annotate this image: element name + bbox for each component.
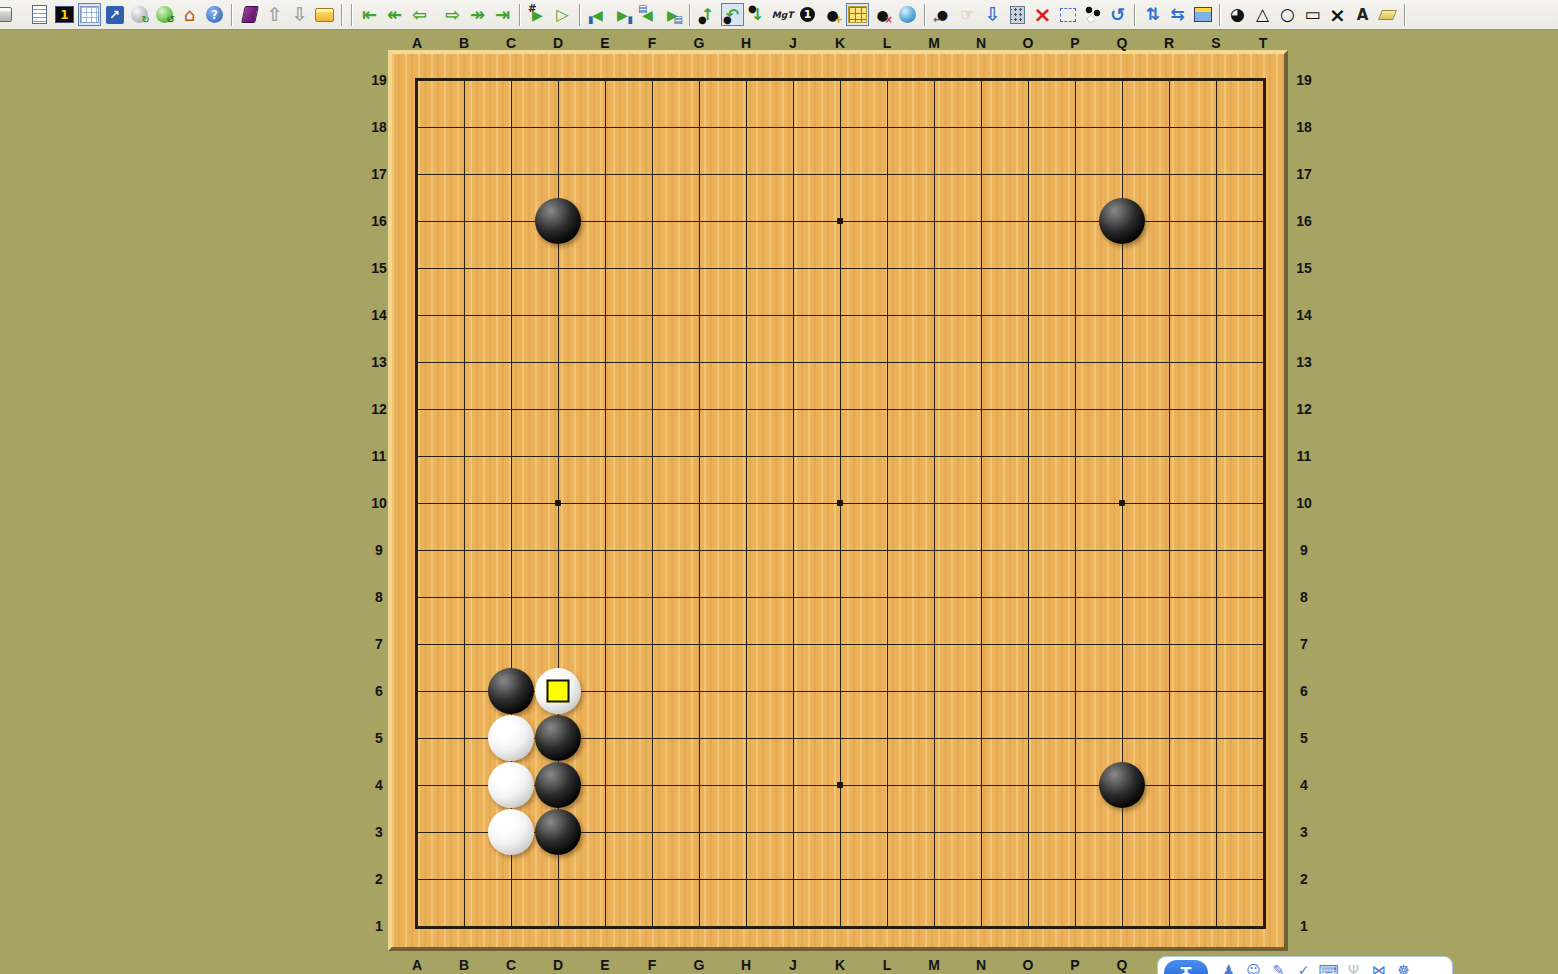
coord-left-4: 4 (375, 777, 383, 793)
coord-right-3: 3 (1300, 824, 1308, 840)
next-variation-icon-badge: ▮ (627, 15, 633, 25)
black-stone-Q16 (1099, 198, 1145, 244)
coord-left-18: 18 (371, 119, 387, 135)
clear-board-icon-glyph: × (1033, 4, 1051, 26)
black-stone-D4 (535, 762, 581, 808)
toolbar: 1↗↻↺⌂?⇧⇩⇤↞⇦⇨↠⇥▶#▷◀▮▶▮◀▤▶▤↑●↶●↓●MgT1●+●×●… (0, 0, 1558, 30)
game-info-icon[interactable]: 1 (53, 3, 76, 26)
coord-left-6: 6 (375, 683, 383, 699)
eraser-icon[interactable] (1376, 3, 1399, 26)
coord-top-D: D (553, 35, 563, 51)
coord-top-Q: Q (1117, 35, 1128, 51)
coord-bottom-D: D (553, 957, 563, 973)
print-icon-shape (0, 7, 12, 22)
forward-icon-glyph: ⇨ (445, 6, 460, 24)
play-icon-glyph: ▷ (556, 7, 568, 23)
help-icon-shape: ? (206, 6, 223, 23)
toolbar-separator (689, 4, 691, 26)
triangle-marker-icon-glyph: △ (1256, 6, 1269, 23)
count-icon[interactable] (1006, 3, 1029, 26)
coord-right-7: 7 (1300, 636, 1308, 652)
select-region-icon-shape (1060, 8, 1076, 22)
forward-10-icon-glyph: ↠ (470, 6, 485, 24)
first-move-icon[interactable]: ⇤ (358, 3, 381, 26)
coord-right-6: 6 (1300, 683, 1308, 699)
coord-left-2: 2 (375, 871, 383, 887)
coord-left-10: 10 (371, 495, 387, 511)
windows-icon-shape (1194, 7, 1212, 22)
label-marker-icon-label: A (1357, 6, 1369, 24)
white-stone-C4 (488, 762, 534, 808)
page-up-icon[interactable]: ⇧ (263, 3, 286, 26)
cross-marker-icon-glyph: × (1329, 5, 1346, 25)
coord-right-15: 15 (1296, 260, 1312, 276)
coord-top-R: R (1164, 35, 1174, 51)
coord-right-19: 19 (1296, 72, 1312, 88)
coord-right-5: 5 (1300, 730, 1308, 746)
ime-settings-icon[interactable]: ☸ (1391, 960, 1416, 974)
web-refresh-icon[interactable]: ↺ (153, 3, 176, 26)
app-window: { "game": "go", "board": { "size": 19, "… (0, 0, 1558, 974)
coord-left-5: 5 (375, 730, 383, 746)
flip-vertical-icon[interactable]: ⇅ (1141, 3, 1164, 26)
square-marker-icon[interactable]: ▭ (1301, 3, 1324, 26)
coord-right-9: 9 (1300, 542, 1308, 558)
book-icon[interactable] (238, 3, 261, 26)
coord-left-19: 19 (371, 72, 387, 88)
add-stone-icon[interactable]: ●+ (821, 3, 844, 26)
coord-top-E: E (600, 35, 609, 51)
flip-vertical-icon-glyph: ⇅ (1145, 6, 1159, 23)
web-refresh-icon-badge: ↺ (167, 15, 175, 25)
back-icon[interactable]: ⇦ (408, 3, 431, 26)
variation-down-icon[interactable]: ↓● (746, 3, 769, 26)
last-move-square-marker-D6 (547, 680, 570, 703)
export-image-icon[interactable] (313, 3, 336, 26)
board-view-icon-shape (80, 6, 99, 23)
coord-top-P: P (1070, 35, 1079, 51)
coord-left-9: 9 (375, 542, 383, 558)
prev-variation-icon-glyph: ◀ (592, 8, 603, 22)
coord-left-14: 14 (371, 307, 387, 323)
coord-left-17: 17 (371, 166, 387, 182)
coord-right-8: 8 (1300, 589, 1308, 605)
coord-top-K: K (835, 35, 845, 51)
prev-comment-icon-badge: ▤ (638, 4, 647, 14)
square-marker-icon-glyph: ▭ (1304, 6, 1320, 23)
coord-bottom-E: E (600, 957, 609, 973)
coord-bottom-B: B (459, 957, 469, 973)
forward-10-icon[interactable]: ↠ (466, 3, 489, 26)
coord-right-4: 4 (1300, 777, 1308, 793)
stone-marker-icon[interactable]: ◕ (1226, 3, 1249, 26)
prev-comment-icon[interactable]: ◀▤ (636, 3, 659, 26)
edit-board-icon[interactable] (846, 3, 869, 26)
black-stone-D5 (535, 715, 581, 761)
coord-left-8: 8 (375, 589, 383, 605)
toolbar-separator (1219, 4, 1221, 26)
zoom-fit-icon-glyph: ↗ (106, 6, 124, 24)
document-icon[interactable] (28, 3, 51, 26)
star-point-D10 (555, 500, 561, 506)
cross-marker-icon[interactable]: × (1326, 3, 1349, 26)
forward-icon[interactable]: ⇨ (441, 3, 464, 26)
toolbar-separator (1134, 4, 1136, 26)
star-point-K16 (837, 218, 843, 224)
next-variation-icon[interactable]: ▶▮ (611, 3, 634, 26)
coord-left-12: 12 (371, 401, 387, 417)
move-number-icon[interactable]: 1 (796, 3, 819, 26)
mgt-format-icon[interactable]: MgT (771, 3, 794, 26)
circle-marker-icon-glyph: ○ (1280, 6, 1295, 23)
coord-top-J: J (789, 35, 797, 51)
go-board[interactable] (388, 50, 1288, 951)
rotate-icon[interactable]: ↺ (1106, 3, 1129, 26)
coord-top-O: O (1023, 35, 1034, 51)
prev-variation-icon[interactable]: ◀▮ (586, 3, 609, 26)
hand-tool-icon-glyph: ☞ (960, 7, 974, 23)
toolbar-separator (519, 4, 521, 26)
ime-toolbar[interactable]: Ŧ ♟☺✎✓⌨Ψ⋈☸ (1157, 956, 1453, 974)
last-move-icon[interactable]: ⇥ (491, 3, 514, 26)
black-stone-Q4 (1099, 762, 1145, 808)
variation-down-icon-badge: ● (748, 4, 757, 14)
toolbar-separator (351, 4, 353, 26)
coord-right-16: 16 (1296, 213, 1312, 229)
coord-top-H: H (741, 35, 751, 51)
black-stone-D16 (535, 198, 581, 244)
coord-bottom-A: A (412, 957, 422, 973)
help-icon[interactable]: ? (203, 3, 226, 26)
coord-bottom-M: M (928, 957, 940, 973)
ime-emoji-icon[interactable]: ☺ (1241, 960, 1266, 974)
board-view-icon[interactable] (78, 3, 101, 26)
next-comment-icon[interactable]: ▶▤ (661, 3, 684, 26)
delete-move-icon[interactable]: ●× (871, 3, 894, 26)
ime-handwriting-icon[interactable]: ✎ (1266, 960, 1291, 974)
coord-top-B: B (459, 35, 469, 51)
white-stone-C3 (488, 809, 534, 855)
coord-left-16: 16 (371, 213, 387, 229)
ime-keyboard-icon[interactable]: ⌨ (1316, 960, 1341, 974)
ime-mic-icon[interactable]: Ψ (1341, 960, 1366, 974)
coord-bottom-O: O (1023, 957, 1034, 973)
coord-right-12: 12 (1296, 401, 1312, 417)
coord-top-F: F (648, 35, 657, 51)
coord-right-13: 13 (1296, 354, 1312, 370)
coord-bottom-G: G (694, 957, 705, 973)
count-icon-shape (1010, 6, 1025, 24)
flip-horizontal-icon-glyph: ⇆ (1170, 6, 1184, 23)
rotate-icon-glyph: ↺ (1110, 6, 1125, 24)
drop-stone-icon-glyph: ⇩ (985, 5, 1001, 24)
coord-top-N: N (976, 35, 986, 51)
variation-sibling-icon-badge: ● (723, 15, 732, 25)
sync-db-icon-badge: ↻ (142, 15, 150, 25)
black-stone-D3 (535, 809, 581, 855)
coord-right-17: 17 (1296, 166, 1312, 182)
label-marker-icon[interactable]: A (1351, 3, 1374, 26)
coord-right-1: 1 (1300, 918, 1308, 934)
zoom-fit-icon[interactable]: ↗ (103, 3, 126, 26)
document-icon-shape (32, 5, 47, 24)
coord-top-C: C (506, 35, 516, 51)
home-icon[interactable]: ⌂ (178, 3, 201, 26)
coord-bottom-J: J (789, 957, 797, 973)
pass-icon[interactable]: ●← (931, 3, 954, 26)
variation-up-icon-badge: ● (698, 15, 707, 25)
stone-group-icon[interactable] (1081, 3, 1104, 26)
coord-bottom-F: F (648, 957, 657, 973)
coord-left-3: 3 (375, 824, 383, 840)
hand-tool-icon[interactable]: ☞ (956, 3, 979, 26)
toolbar-separator (579, 4, 581, 26)
play-icon[interactable]: ▷ (551, 3, 574, 26)
toolbar-separator (341, 4, 343, 26)
circle-marker-icon[interactable]: ○ (1276, 3, 1299, 26)
edit-board-icon-shape (848, 6, 867, 23)
add-stone-icon-badge: + (835, 15, 843, 25)
stone-marker-icon-glyph: ◕ (1230, 6, 1245, 23)
sync-db-icon[interactable]: ↻ (128, 3, 151, 26)
coord-bottom-K: K (835, 957, 845, 973)
print-icon[interactable] (0, 3, 14, 26)
flip-horizontal-icon[interactable]: ⇆ (1166, 3, 1189, 26)
ime-check-icon[interactable]: ✓ (1291, 960, 1316, 974)
star-point-K10 (837, 500, 843, 506)
coord-bottom-L: L (883, 957, 892, 973)
toolbar-separator (1404, 4, 1406, 26)
book-icon-shape (241, 6, 259, 23)
triangle-marker-icon[interactable]: △ (1251, 3, 1274, 26)
coord-bottom-N: N (976, 957, 986, 973)
star-point-K4 (837, 782, 843, 788)
coord-left-11: 11 (372, 448, 387, 464)
variation-sibling-icon[interactable]: ↶● (721, 3, 744, 26)
coord-right-18: 18 (1296, 119, 1312, 135)
coord-top-T: T (1259, 35, 1268, 51)
page-down-icon[interactable]: ⇩ (288, 3, 311, 26)
next-branch-icon[interactable]: ▶# (526, 3, 549, 26)
game-info-icon-shape: 1 (55, 6, 74, 23)
home-icon-glyph: ⌂ (184, 6, 195, 24)
first-move-icon-glyph: ⇤ (362, 6, 377, 24)
coord-top-L: L (883, 35, 892, 51)
coord-right-2: 2 (1300, 871, 1308, 887)
coord-left-7: 7 (375, 636, 383, 652)
coord-right-14: 14 (1296, 307, 1312, 323)
white-stone-C5 (488, 715, 534, 761)
coord-top-M: M (928, 35, 940, 51)
coord-top-G: G (694, 35, 705, 51)
export-image-icon-shape (315, 8, 334, 22)
page-down-icon-glyph: ⇩ (292, 5, 308, 24)
next-branch-icon-badge: # (528, 4, 536, 14)
delete-move-icon-badge: × (885, 15, 893, 25)
coord-bottom-Q: Q (1117, 957, 1128, 973)
ime-user-icon[interactable]: ♟ (1216, 960, 1241, 974)
coord-bottom-P: P (1070, 957, 1079, 973)
coord-left-15: 15 (371, 260, 387, 276)
drop-stone-icon[interactable]: ⇩ (981, 3, 1004, 26)
windows-icon[interactable] (1191, 3, 1214, 26)
eraser-icon-shape (1378, 10, 1397, 20)
next-comment-icon-badge: ▤ (674, 15, 683, 25)
coord-left-1: 1 (375, 918, 383, 934)
ime-logo[interactable]: Ŧ (1164, 960, 1208, 974)
page-up-icon-glyph: ⇧ (267, 5, 283, 24)
toolbar-separator (924, 4, 926, 26)
black-stone-C6 (488, 668, 534, 714)
variation-up-icon[interactable]: ↑● (696, 3, 719, 26)
publish-icon-shape (899, 6, 916, 23)
back-10-icon-glyph: ↞ (387, 6, 402, 24)
coord-bottom-C: C (506, 957, 516, 973)
toolbar-separator (231, 4, 233, 26)
prev-variation-icon-badge: ▮ (588, 15, 594, 25)
coord-right-11: 11 (1297, 448, 1312, 464)
select-region-icon[interactable] (1056, 3, 1079, 26)
coord-bottom-H: H (741, 957, 751, 973)
coord-top-S: S (1211, 35, 1220, 51)
back-icon-glyph: ⇦ (412, 6, 427, 24)
stone-group-icon-shape (1083, 5, 1102, 24)
back-10-icon[interactable]: ↞ (383, 3, 406, 26)
publish-icon[interactable] (896, 3, 919, 26)
clear-board-icon[interactable]: × (1031, 3, 1054, 26)
next-variation-icon-glyph: ▶ (617, 8, 628, 22)
coord-right-10: 10 (1296, 495, 1312, 511)
coord-top-A: A (412, 35, 422, 51)
mgt-format-icon-label: MgT (772, 10, 794, 20)
ime-skin-icon[interactable]: ⋈ (1366, 960, 1391, 974)
star-point-Q10 (1119, 500, 1125, 506)
pass-icon-badge: ← (933, 15, 941, 25)
last-move-icon-glyph: ⇥ (495, 6, 510, 24)
move-number-icon-shape: 1 (800, 7, 815, 22)
coord-left-13: 13 (371, 354, 387, 370)
